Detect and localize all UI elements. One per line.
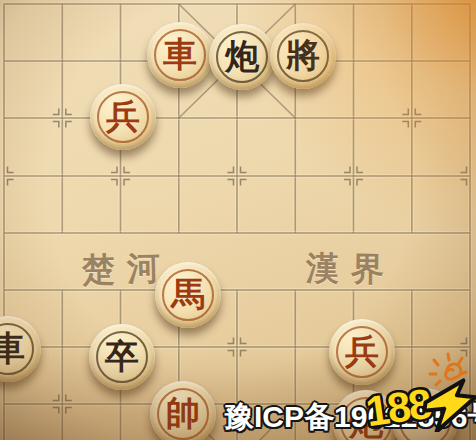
piece-character: 卒 <box>89 324 155 390</box>
piece-character: 炮 <box>209 24 275 90</box>
piece-character: 馬 <box>155 262 221 328</box>
piece-red-chariot[interactable]: 車 <box>147 22 213 88</box>
lightning-bolt-icon <box>420 370 476 432</box>
piece-black-soldier[interactable]: 卒 <box>89 324 155 390</box>
piece-character: 兵 <box>90 84 156 150</box>
piece-character: 車 <box>0 316 41 382</box>
xiangqi-board-screenshot: 楚河 漢界 車炮將兵馬車卒兵帥炮 豫ICP备19022556号-2 188 <box>0 0 476 440</box>
piece-red-horse[interactable]: 馬 <box>155 262 221 328</box>
piece-character: 將 <box>270 23 336 89</box>
piece-black-cannon[interactable]: 炮 <box>209 24 275 90</box>
river-label-han: 漢界 <box>306 246 397 293</box>
piece-black-general[interactable]: 將 <box>270 23 336 89</box>
piece-character: 車 <box>147 22 213 88</box>
piece-red-general[interactable]: 帥 <box>150 381 216 440</box>
piece-black-chariot[interactable]: 車 <box>0 316 41 382</box>
piece-red-soldier[interactable]: 兵 <box>90 84 156 150</box>
piece-character: 帥 <box>150 381 216 440</box>
site-logo: 188 <box>362 352 476 440</box>
